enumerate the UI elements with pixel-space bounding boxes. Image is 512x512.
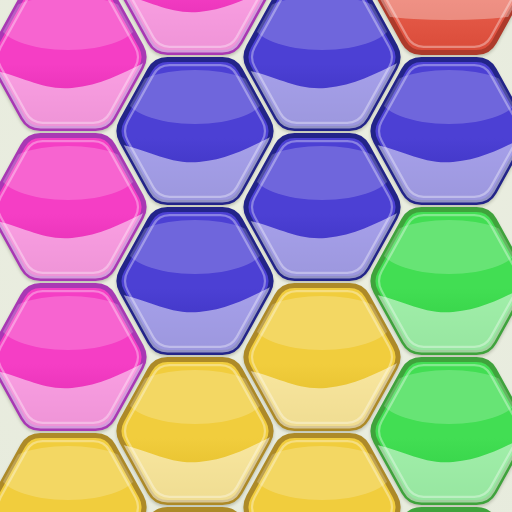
gloss-top-sheen [0, 446, 137, 500]
gloss-top-sheen [0, 296, 137, 350]
gloss-top-sheen [0, 146, 137, 200]
game-screen [0, 0, 512, 512]
gloss-top-sheen [126, 220, 264, 274]
gloss-top-sheen [253, 146, 391, 200]
hex-board [0, 0, 512, 512]
gloss-top-sheen [126, 370, 264, 424]
gloss-top-sheen [253, 446, 391, 500]
gloss-top-sheen [253, 296, 391, 350]
gloss-top-sheen [126, 70, 264, 124]
